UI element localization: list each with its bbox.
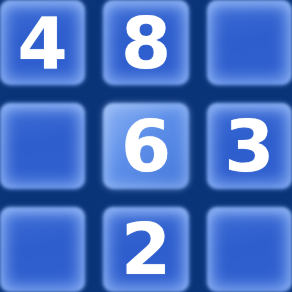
cell-r2c2-highlighted[interactable]: 6 <box>103 103 188 188</box>
cell-digit: 6 <box>121 110 171 182</box>
cell-digit: 2 <box>121 213 171 285</box>
cell-digit: 8 <box>121 7 171 79</box>
cell-r1c3[interactable] <box>207 0 292 85</box>
cell-r3c1[interactable] <box>0 207 85 292</box>
cell-r3c2[interactable]: 2 <box>103 207 188 292</box>
cell-r3c3[interactable] <box>207 207 292 292</box>
cell-digit: 4 <box>18 7 68 79</box>
cell-r2c1[interactable] <box>0 103 85 188</box>
sudoku-board: 4 8 6 3 2 <box>0 0 292 292</box>
cell-r2c3[interactable]: 3 <box>207 103 292 188</box>
cell-r1c2[interactable]: 8 <box>103 0 188 85</box>
cell-digit: 3 <box>224 110 274 182</box>
cell-r1c1[interactable]: 4 <box>0 0 85 85</box>
